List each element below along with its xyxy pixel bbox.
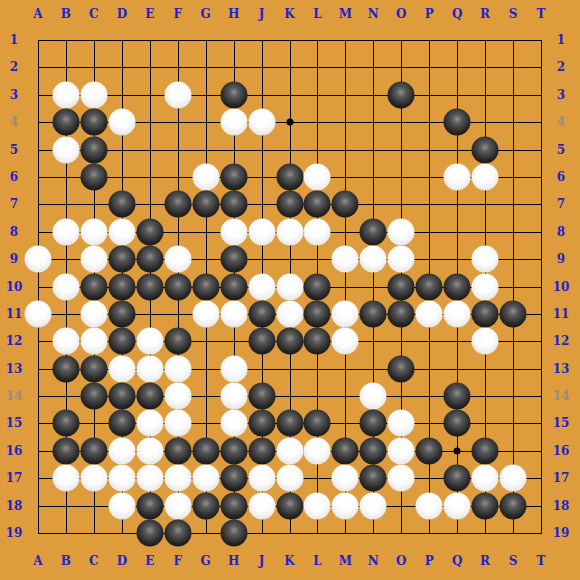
black-stone[interactable] bbox=[444, 410, 471, 437]
white-stone[interactable] bbox=[360, 383, 387, 410]
white-stone[interactable] bbox=[304, 437, 331, 464]
black-stone[interactable] bbox=[444, 109, 471, 136]
white-stone[interactable] bbox=[80, 246, 107, 273]
go-board[interactable]: AABBCCDDEEFFGGHHJJKKLLMMNNOOPPQQRRSSTT11… bbox=[0, 0, 580, 580]
column-label-top: T bbox=[537, 7, 546, 21]
white-stone[interactable] bbox=[472, 163, 499, 190]
white-stone[interactable] bbox=[388, 246, 415, 273]
row-label-right: 5 bbox=[557, 143, 565, 157]
white-stone[interactable] bbox=[332, 492, 359, 519]
row-label-right: 16 bbox=[553, 444, 570, 458]
white-stone[interactable] bbox=[52, 136, 79, 163]
black-stone[interactable] bbox=[108, 300, 135, 327]
row-label-left: 1 bbox=[10, 33, 18, 47]
black-stone[interactable] bbox=[248, 410, 275, 437]
black-stone[interactable] bbox=[276, 328, 303, 355]
black-stone[interactable] bbox=[136, 492, 163, 519]
white-stone[interactable] bbox=[136, 328, 163, 355]
black-stone[interactable] bbox=[108, 246, 135, 273]
white-stone[interactable] bbox=[388, 410, 415, 437]
black-stone[interactable] bbox=[52, 355, 79, 382]
white-stone[interactable] bbox=[108, 492, 135, 519]
white-stone[interactable] bbox=[108, 355, 135, 382]
column-label-top: Q bbox=[452, 7, 462, 21]
black-stone[interactable] bbox=[388, 273, 415, 300]
black-stone[interactable] bbox=[164, 328, 191, 355]
black-stone[interactable] bbox=[108, 273, 135, 300]
white-stone[interactable] bbox=[192, 163, 219, 190]
black-stone[interactable] bbox=[304, 191, 331, 218]
row-label-right: 19 bbox=[553, 526, 570, 540]
black-stone[interactable] bbox=[276, 410, 303, 437]
column-label-bottom: B bbox=[61, 554, 71, 568]
black-stone[interactable] bbox=[304, 410, 331, 437]
black-stone[interactable] bbox=[332, 437, 359, 464]
black-stone[interactable] bbox=[248, 300, 275, 327]
white-stone[interactable] bbox=[136, 410, 163, 437]
black-stone[interactable] bbox=[220, 437, 247, 464]
black-stone[interactable] bbox=[192, 191, 219, 218]
black-stone[interactable] bbox=[444, 465, 471, 492]
white-stone[interactable] bbox=[164, 465, 191, 492]
row-label-left: 14 bbox=[6, 389, 23, 403]
white-stone[interactable] bbox=[220, 218, 247, 245]
black-stone[interactable] bbox=[80, 109, 107, 136]
row-label-left: 4 bbox=[10, 115, 18, 129]
white-stone[interactable] bbox=[164, 492, 191, 519]
white-stone[interactable] bbox=[80, 300, 107, 327]
white-stone[interactable] bbox=[80, 328, 107, 355]
white-stone[interactable] bbox=[472, 328, 499, 355]
black-stone[interactable] bbox=[248, 383, 275, 410]
white-stone[interactable] bbox=[388, 465, 415, 492]
row-label-right: 6 bbox=[557, 170, 565, 184]
black-stone[interactable] bbox=[472, 492, 499, 519]
row-label-left: 12 bbox=[6, 334, 23, 348]
row-label-right: 13 bbox=[553, 362, 570, 376]
white-stone[interactable] bbox=[416, 492, 443, 519]
row-label-left: 8 bbox=[10, 225, 18, 239]
row-label-left: 2 bbox=[10, 60, 18, 74]
row-label-right: 17 bbox=[553, 471, 570, 485]
white-stone[interactable] bbox=[52, 328, 79, 355]
white-stone[interactable] bbox=[304, 218, 331, 245]
black-stone[interactable] bbox=[360, 300, 387, 327]
black-stone[interactable] bbox=[108, 191, 135, 218]
white-stone[interactable] bbox=[220, 109, 247, 136]
black-stone[interactable] bbox=[220, 191, 247, 218]
white-stone[interactable] bbox=[220, 383, 247, 410]
column-label-bottom: K bbox=[284, 554, 294, 568]
black-stone[interactable] bbox=[80, 437, 107, 464]
column-label-bottom: C bbox=[89, 554, 99, 568]
black-stone[interactable] bbox=[248, 328, 275, 355]
white-stone[interactable] bbox=[472, 465, 499, 492]
white-stone[interactable] bbox=[220, 410, 247, 437]
white-stone[interactable] bbox=[304, 163, 331, 190]
white-stone[interactable] bbox=[52, 273, 79, 300]
column-label-bottom: O bbox=[396, 554, 406, 568]
black-stone[interactable] bbox=[304, 328, 331, 355]
white-stone[interactable] bbox=[472, 273, 499, 300]
black-stone[interactable] bbox=[388, 355, 415, 382]
column-label-top: A bbox=[33, 7, 42, 21]
black-stone[interactable] bbox=[276, 492, 303, 519]
white-stone[interactable] bbox=[192, 300, 219, 327]
black-stone[interactable] bbox=[248, 437, 275, 464]
black-stone[interactable] bbox=[360, 465, 387, 492]
column-label-top: C bbox=[89, 7, 99, 21]
column-label-bottom: T bbox=[537, 554, 546, 568]
black-stone[interactable] bbox=[220, 81, 247, 108]
black-stone[interactable] bbox=[164, 437, 191, 464]
column-label-top: D bbox=[117, 7, 127, 21]
column-label-top: R bbox=[480, 7, 490, 21]
white-stone[interactable] bbox=[276, 437, 303, 464]
white-stone[interactable] bbox=[276, 300, 303, 327]
white-stone[interactable] bbox=[276, 218, 303, 245]
white-stone[interactable] bbox=[164, 383, 191, 410]
row-label-left: 6 bbox=[10, 170, 18, 184]
column-label-top: H bbox=[228, 7, 239, 21]
row-label-right: 2 bbox=[557, 60, 565, 74]
white-stone[interactable] bbox=[136, 355, 163, 382]
black-stone[interactable] bbox=[220, 273, 247, 300]
row-label-right: 14 bbox=[553, 389, 570, 403]
column-label-bottom: D bbox=[117, 554, 127, 568]
black-stone[interactable] bbox=[108, 383, 135, 410]
column-label-top: F bbox=[173, 7, 182, 21]
white-stone[interactable] bbox=[136, 437, 163, 464]
white-stone[interactable] bbox=[248, 218, 275, 245]
row-label-left: 11 bbox=[6, 307, 23, 321]
column-label-top: S bbox=[509, 7, 518, 21]
black-stone[interactable] bbox=[472, 136, 499, 163]
black-stone[interactable] bbox=[360, 410, 387, 437]
column-label-top: E bbox=[145, 7, 154, 21]
black-stone[interactable] bbox=[80, 383, 107, 410]
row-label-right: 1 bbox=[557, 33, 565, 47]
black-stone[interactable] bbox=[360, 218, 387, 245]
black-stone[interactable] bbox=[360, 437, 387, 464]
white-stone[interactable] bbox=[444, 163, 471, 190]
row-label-left: 17 bbox=[6, 471, 23, 485]
white-stone[interactable] bbox=[108, 109, 135, 136]
column-label-bottom: L bbox=[313, 554, 321, 568]
black-stone[interactable] bbox=[80, 163, 107, 190]
black-stone[interactable] bbox=[304, 300, 331, 327]
column-label-top: N bbox=[368, 7, 379, 21]
black-stone[interactable] bbox=[220, 492, 247, 519]
row-label-left: 9 bbox=[10, 252, 18, 266]
black-stone[interactable] bbox=[416, 437, 443, 464]
column-label-bottom: S bbox=[509, 554, 518, 568]
column-label-bottom: H bbox=[228, 554, 239, 568]
black-stone[interactable] bbox=[80, 273, 107, 300]
column-label-bottom: E bbox=[145, 554, 154, 568]
row-label-left: 16 bbox=[6, 444, 23, 458]
white-stone[interactable] bbox=[332, 328, 359, 355]
white-stone[interactable] bbox=[360, 246, 387, 273]
white-stone[interactable] bbox=[248, 465, 275, 492]
white-stone[interactable] bbox=[248, 109, 275, 136]
column-label-top: J bbox=[259, 7, 265, 21]
white-stone[interactable] bbox=[332, 300, 359, 327]
white-stone[interactable] bbox=[164, 410, 191, 437]
white-stone[interactable] bbox=[80, 465, 107, 492]
black-stone[interactable] bbox=[472, 300, 499, 327]
black-stone[interactable] bbox=[52, 109, 79, 136]
black-stone[interactable] bbox=[276, 191, 303, 218]
white-stone[interactable] bbox=[52, 81, 79, 108]
star-point bbox=[454, 447, 461, 454]
black-stone[interactable] bbox=[108, 410, 135, 437]
column-label-bottom: J bbox=[259, 554, 265, 568]
white-stone[interactable] bbox=[164, 81, 191, 108]
black-stone[interactable] bbox=[136, 383, 163, 410]
white-stone[interactable] bbox=[248, 492, 275, 519]
white-stone[interactable] bbox=[164, 355, 191, 382]
column-label-top: P bbox=[425, 7, 434, 21]
grid-line-horizontal bbox=[38, 533, 542, 534]
row-label-right: 11 bbox=[553, 307, 570, 321]
black-stone[interactable] bbox=[304, 273, 331, 300]
white-stone[interactable] bbox=[304, 492, 331, 519]
white-stone[interactable] bbox=[276, 465, 303, 492]
row-label-right: 8 bbox=[557, 225, 565, 239]
white-stone[interactable] bbox=[388, 437, 415, 464]
white-stone[interactable] bbox=[164, 246, 191, 273]
white-stone[interactable] bbox=[25, 246, 52, 273]
row-label-left: 5 bbox=[10, 143, 18, 157]
white-stone[interactable] bbox=[332, 465, 359, 492]
black-stone[interactable] bbox=[52, 410, 79, 437]
black-stone[interactable] bbox=[444, 383, 471, 410]
white-stone[interactable] bbox=[360, 492, 387, 519]
row-label-right: 7 bbox=[557, 197, 565, 211]
white-stone[interactable] bbox=[25, 300, 52, 327]
white-stone[interactable] bbox=[332, 246, 359, 273]
black-stone[interactable] bbox=[192, 437, 219, 464]
black-stone[interactable] bbox=[136, 218, 163, 245]
white-stone[interactable] bbox=[220, 355, 247, 382]
black-stone[interactable] bbox=[388, 81, 415, 108]
row-label-right: 10 bbox=[553, 280, 570, 294]
column-label-top: M bbox=[339, 7, 352, 21]
white-stone[interactable] bbox=[52, 465, 79, 492]
grid-line-vertical bbox=[513, 40, 514, 534]
white-stone[interactable] bbox=[416, 300, 443, 327]
black-stone[interactable] bbox=[388, 300, 415, 327]
row-label-left: 13 bbox=[6, 362, 23, 376]
black-stone[interactable] bbox=[416, 273, 443, 300]
column-label-bottom: N bbox=[368, 554, 379, 568]
white-stone[interactable] bbox=[80, 218, 107, 245]
column-label-top: B bbox=[61, 7, 71, 21]
black-stone[interactable] bbox=[136, 273, 163, 300]
grid-line-vertical bbox=[541, 40, 542, 534]
white-stone[interactable] bbox=[52, 218, 79, 245]
white-stone[interactable] bbox=[444, 300, 471, 327]
black-stone[interactable] bbox=[220, 520, 247, 547]
black-stone[interactable] bbox=[108, 328, 135, 355]
black-stone[interactable] bbox=[444, 273, 471, 300]
white-stone[interactable] bbox=[108, 437, 135, 464]
row-label-left: 10 bbox=[6, 280, 23, 294]
column-label-bottom: G bbox=[201, 554, 211, 568]
white-stone[interactable] bbox=[276, 273, 303, 300]
white-stone[interactable] bbox=[388, 218, 415, 245]
column-label-top: G bbox=[201, 7, 211, 21]
black-stone[interactable] bbox=[80, 136, 107, 163]
black-stone[interactable] bbox=[164, 273, 191, 300]
white-stone[interactable] bbox=[192, 465, 219, 492]
black-stone[interactable] bbox=[164, 191, 191, 218]
column-label-top: O bbox=[396, 7, 406, 21]
row-label-right: 15 bbox=[553, 416, 570, 430]
white-stone[interactable] bbox=[444, 492, 471, 519]
column-label-bottom: A bbox=[33, 554, 42, 568]
go-app: { "game": "go", "board": { "size": 19, "… bbox=[0, 0, 580, 580]
white-stone[interactable] bbox=[472, 246, 499, 273]
column-label-bottom: Q bbox=[452, 554, 462, 568]
row-label-left: 3 bbox=[10, 88, 18, 102]
black-stone[interactable] bbox=[192, 492, 219, 519]
row-label-right: 9 bbox=[557, 252, 565, 266]
black-stone[interactable] bbox=[472, 437, 499, 464]
column-label-bottom: M bbox=[339, 554, 352, 568]
white-stone[interactable] bbox=[248, 273, 275, 300]
black-stone[interactable] bbox=[52, 437, 79, 464]
black-stone[interactable] bbox=[220, 465, 247, 492]
black-stone[interactable] bbox=[80, 355, 107, 382]
star-point bbox=[286, 119, 293, 126]
white-stone[interactable] bbox=[80, 81, 107, 108]
row-label-left: 15 bbox=[6, 416, 23, 430]
black-stone[interactable] bbox=[500, 300, 527, 327]
row-label-left: 7 bbox=[10, 197, 18, 211]
column-label-top: L bbox=[313, 7, 321, 21]
black-stone[interactable] bbox=[136, 520, 163, 547]
row-label-left: 18 bbox=[6, 499, 23, 513]
row-label-left: 19 bbox=[6, 526, 23, 540]
black-stone[interactable] bbox=[220, 163, 247, 190]
black-stone[interactable] bbox=[164, 520, 191, 547]
black-stone[interactable] bbox=[192, 273, 219, 300]
row-label-right: 4 bbox=[557, 115, 565, 129]
white-stone[interactable] bbox=[220, 300, 247, 327]
row-label-right: 3 bbox=[557, 88, 565, 102]
white-stone[interactable] bbox=[136, 465, 163, 492]
black-stone[interactable] bbox=[136, 246, 163, 273]
column-label-top: K bbox=[284, 7, 294, 21]
white-stone[interactable] bbox=[108, 465, 135, 492]
black-stone[interactable] bbox=[332, 191, 359, 218]
black-stone[interactable] bbox=[220, 246, 247, 273]
black-stone[interactable] bbox=[500, 492, 527, 519]
column-label-bottom: R bbox=[480, 554, 490, 568]
white-stone[interactable] bbox=[500, 465, 527, 492]
row-label-right: 18 bbox=[553, 499, 570, 513]
row-label-right: 12 bbox=[553, 334, 570, 348]
black-stone[interactable] bbox=[276, 163, 303, 190]
column-label-bottom: F bbox=[173, 554, 182, 568]
white-stone[interactable] bbox=[108, 218, 135, 245]
column-label-bottom: P bbox=[425, 554, 434, 568]
